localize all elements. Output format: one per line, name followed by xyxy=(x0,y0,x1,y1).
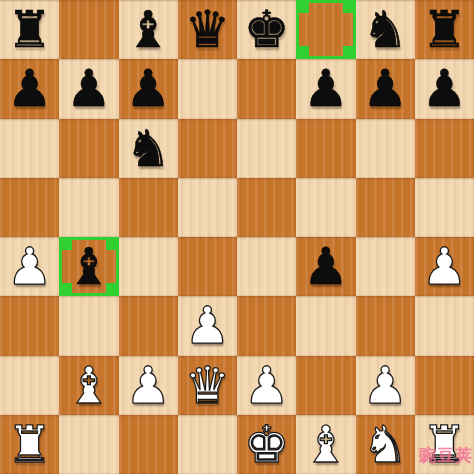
square-e6[interactable] xyxy=(237,119,296,178)
piece-black-knight[interactable]: ♞ xyxy=(125,123,171,174)
piece-black-pawn[interactable]: ♟ xyxy=(362,63,408,114)
square-a6[interactable] xyxy=(0,119,59,178)
square-b1[interactable] xyxy=(59,415,118,474)
square-h5[interactable] xyxy=(415,178,474,237)
square-f5[interactable] xyxy=(296,178,355,237)
square-c8[interactable]: ♝ xyxy=(119,0,178,59)
piece-white-pawn[interactable]: ♟ xyxy=(125,360,171,411)
square-d2[interactable]: ♛ xyxy=(178,356,237,415)
square-b6[interactable] xyxy=(59,119,118,178)
square-d7[interactable] xyxy=(178,59,237,118)
piece-black-pawn[interactable]: ♟ xyxy=(303,63,349,114)
square-h1[interactable]: ♜ xyxy=(415,415,474,474)
square-e5[interactable] xyxy=(237,178,296,237)
square-b4[interactable]: ♝ xyxy=(59,237,118,296)
square-a7[interactable]: ♟ xyxy=(0,59,59,118)
square-d1[interactable] xyxy=(178,415,237,474)
square-c3[interactable] xyxy=(119,296,178,355)
square-a8[interactable]: ♜ xyxy=(0,0,59,59)
square-d3[interactable]: ♟ xyxy=(178,296,237,355)
square-d5[interactable] xyxy=(178,178,237,237)
piece-black-king[interactable]: ♚ xyxy=(244,4,290,55)
square-b8[interactable] xyxy=(59,0,118,59)
square-h2[interactable] xyxy=(415,356,474,415)
piece-black-pawn[interactable]: ♟ xyxy=(7,63,53,114)
square-e4[interactable] xyxy=(237,237,296,296)
square-g3[interactable] xyxy=(356,296,415,355)
square-e7[interactable] xyxy=(237,59,296,118)
piece-black-knight[interactable]: ♞ xyxy=(362,4,408,55)
chess-board: 豌豆荚 ♜♝♛♚♞♜♟♟♟♟♟♟♞♟♝♟♟♟♝♟♛♟♟♜♚♝♞♜ xyxy=(0,0,474,474)
piece-white-pawn[interactable]: ♟ xyxy=(244,360,290,411)
piece-black-pawn[interactable]: ♟ xyxy=(303,241,349,292)
piece-white-rook[interactable]: ♜ xyxy=(7,419,53,470)
square-f3[interactable] xyxy=(296,296,355,355)
piece-black-pawn[interactable]: ♟ xyxy=(422,63,468,114)
square-g4[interactable] xyxy=(356,237,415,296)
square-c1[interactable] xyxy=(119,415,178,474)
piece-white-knight[interactable]: ♞ xyxy=(362,419,408,470)
piece-black-pawn[interactable]: ♟ xyxy=(66,63,112,114)
square-h8[interactable]: ♜ xyxy=(415,0,474,59)
piece-black-queen[interactable]: ♛ xyxy=(185,4,231,55)
square-e8[interactable]: ♚ xyxy=(237,0,296,59)
square-c2[interactable]: ♟ xyxy=(119,356,178,415)
piece-black-rook[interactable]: ♜ xyxy=(422,4,468,55)
piece-black-rook[interactable]: ♜ xyxy=(7,4,53,55)
piece-white-pawn[interactable]: ♟ xyxy=(422,241,468,292)
square-a4[interactable]: ♟ xyxy=(0,237,59,296)
square-b3[interactable] xyxy=(59,296,118,355)
square-f4[interactable]: ♟ xyxy=(296,237,355,296)
square-f2[interactable] xyxy=(296,356,355,415)
square-c6[interactable]: ♞ xyxy=(119,119,178,178)
square-e3[interactable] xyxy=(237,296,296,355)
piece-black-bishop[interactable]: ♝ xyxy=(66,241,112,292)
square-g8[interactable]: ♞ xyxy=(356,0,415,59)
square-c4[interactable] xyxy=(119,237,178,296)
square-g5[interactable] xyxy=(356,178,415,237)
square-a3[interactable] xyxy=(0,296,59,355)
square-f8[interactable] xyxy=(296,0,355,59)
square-b5[interactable] xyxy=(59,178,118,237)
square-a2[interactable] xyxy=(0,356,59,415)
square-g1[interactable]: ♞ xyxy=(356,415,415,474)
square-a5[interactable] xyxy=(0,178,59,237)
piece-white-pawn[interactable]: ♟ xyxy=(7,241,53,292)
square-a1[interactable]: ♜ xyxy=(0,415,59,474)
piece-white-king[interactable]: ♚ xyxy=(244,419,290,470)
square-d4[interactable] xyxy=(178,237,237,296)
piece-white-bishop[interactable]: ♝ xyxy=(303,419,349,470)
square-c7[interactable]: ♟ xyxy=(119,59,178,118)
square-d6[interactable] xyxy=(178,119,237,178)
square-h4[interactable]: ♟ xyxy=(415,237,474,296)
square-f1[interactable]: ♝ xyxy=(296,415,355,474)
square-f7[interactable]: ♟ xyxy=(296,59,355,118)
square-c5[interactable] xyxy=(119,178,178,237)
move-highlight-f8 xyxy=(296,0,355,59)
square-h7[interactable]: ♟ xyxy=(415,59,474,118)
piece-white-rook[interactable]: ♜ xyxy=(422,419,468,470)
piece-white-queen[interactable]: ♛ xyxy=(185,360,231,411)
square-h3[interactable] xyxy=(415,296,474,355)
piece-white-bishop[interactable]: ♝ xyxy=(66,360,112,411)
square-e2[interactable]: ♟ xyxy=(237,356,296,415)
piece-black-pawn[interactable]: ♟ xyxy=(125,63,171,114)
piece-white-pawn[interactable]: ♟ xyxy=(362,360,408,411)
square-f6[interactable] xyxy=(296,119,355,178)
piece-black-bishop[interactable]: ♝ xyxy=(125,4,171,55)
square-g2[interactable]: ♟ xyxy=(356,356,415,415)
piece-white-pawn[interactable]: ♟ xyxy=(185,300,231,351)
square-d8[interactable]: ♛ xyxy=(178,0,237,59)
square-b2[interactable]: ♝ xyxy=(59,356,118,415)
square-e1[interactable]: ♚ xyxy=(237,415,296,474)
square-h6[interactable] xyxy=(415,119,474,178)
square-b7[interactable]: ♟ xyxy=(59,59,118,118)
square-g7[interactable]: ♟ xyxy=(356,59,415,118)
square-g6[interactable] xyxy=(356,119,415,178)
